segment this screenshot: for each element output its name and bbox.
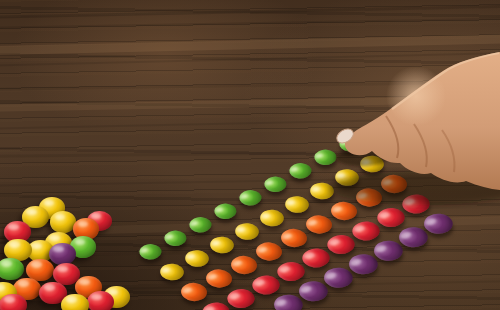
- pile-candy-green: [0, 258, 24, 281]
- pile-candy-purple: [49, 243, 76, 265]
- candy-green-held: [334, 133, 365, 155]
- pile-candy-red: [87, 291, 114, 310]
- photo-scene: [0, 0, 500, 310]
